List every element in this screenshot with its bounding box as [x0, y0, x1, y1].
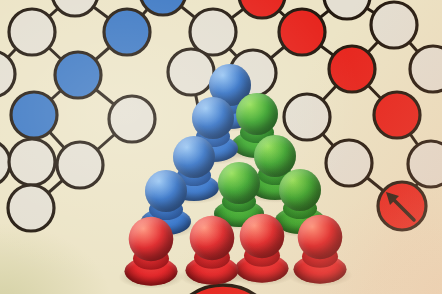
peg-head [190, 216, 235, 261]
peg-head [192, 97, 234, 139]
peg-head [298, 215, 343, 260]
peg-red-4[interactable] [294, 215, 347, 284]
peg-head [129, 217, 174, 262]
peg-head [279, 169, 321, 211]
peg-head [218, 162, 260, 204]
peg-red-2[interactable] [186, 216, 239, 285]
peg-red-1[interactable] [125, 217, 178, 286]
peg-head [145, 170, 187, 212]
game-board-photo [0, 0, 442, 294]
peg-head [236, 93, 278, 135]
peg-head [240, 214, 285, 259]
pegs-layer [0, 0, 442, 294]
